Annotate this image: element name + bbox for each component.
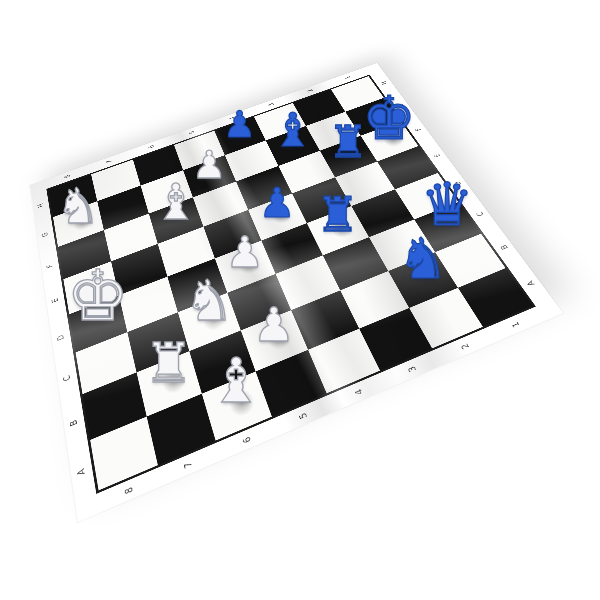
piece-blue-pawn-e4[interactable]: ♟ xyxy=(259,183,296,224)
piece-blue-knight-b2[interactable]: ♞ xyxy=(397,231,447,287)
piece-blue-king-f1[interactable]: ♚ xyxy=(362,89,416,149)
piece-white-king-d8[interactable]: ♚ xyxy=(66,261,129,331)
piece-white-pawn-b5[interactable]: ♟ xyxy=(253,301,295,348)
piece-blue-bishop-g3[interactable]: ♝ xyxy=(272,107,314,153)
product-photo-scene: ABCDEFGH ABCDEFGH 87654321 87654321 ♚♞♜♝… xyxy=(0,0,600,600)
piece-blue-pawn-h4[interactable]: ♟ xyxy=(223,107,256,144)
piece-white-bishop-a6[interactable]: ♝ xyxy=(209,351,264,413)
piece-blue-rook-d3[interactable]: ♜ xyxy=(316,190,359,238)
piece-white-knight-c6[interactable]: ♞ xyxy=(184,273,234,329)
piece-white-bishop-f6[interactable]: ♝ xyxy=(153,178,198,228)
piece-white-rook-b7[interactable]: ♜ xyxy=(144,336,193,391)
piece-blue-rook-f2[interactable]: ♜ xyxy=(328,120,367,164)
piece-white-knight-g8[interactable]: ♞ xyxy=(56,183,100,232)
